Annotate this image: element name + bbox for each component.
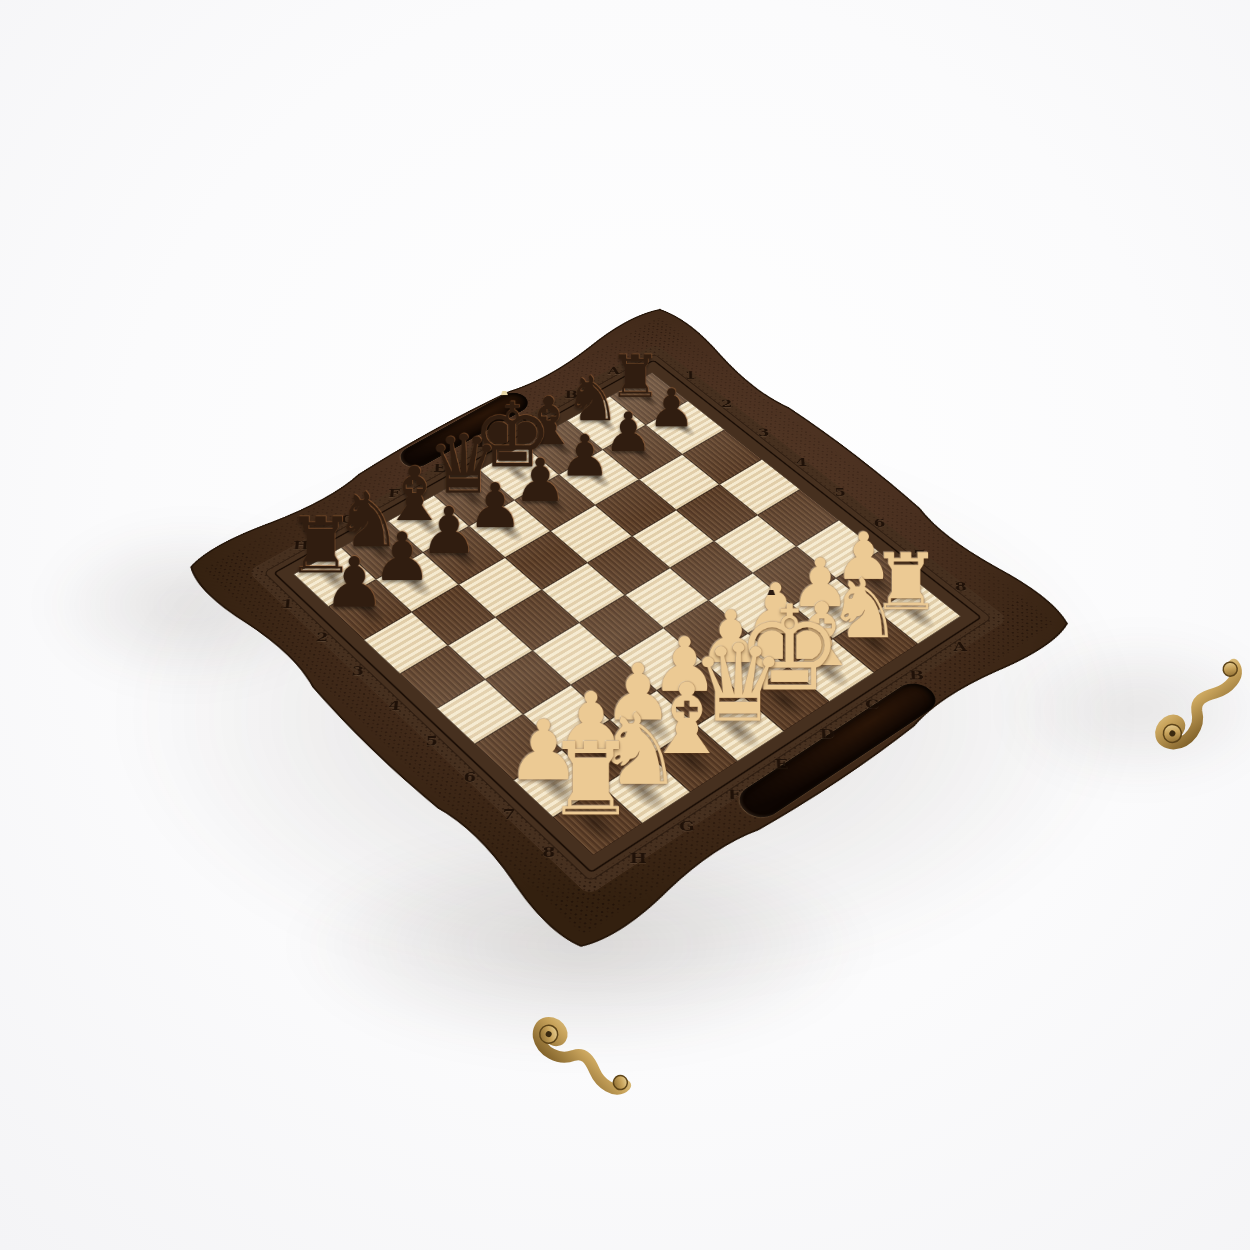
product-photo-scene: AA11BB22CC33DD44EE55FF66GG77HH88♜♞♝♚♛♝♞♜… [0,0,1250,1250]
brass-clasp-icon-bottom [511,1005,645,1114]
rank-label-far-4: 4 [785,451,817,472]
square-e5 [579,595,663,656]
file-label-far-a: A [599,361,629,381]
chess-board: AA11BB22CC33DD44EE55FF66GG77HH88♜♞♝♚♛♝♞♜… [176,300,1083,960]
file-label-far-b: B [556,384,587,404]
brass-clasp-icon-right [1142,642,1250,774]
rank-label-far-1: 1 [675,365,706,385]
file-label-far-e: E [423,457,456,479]
